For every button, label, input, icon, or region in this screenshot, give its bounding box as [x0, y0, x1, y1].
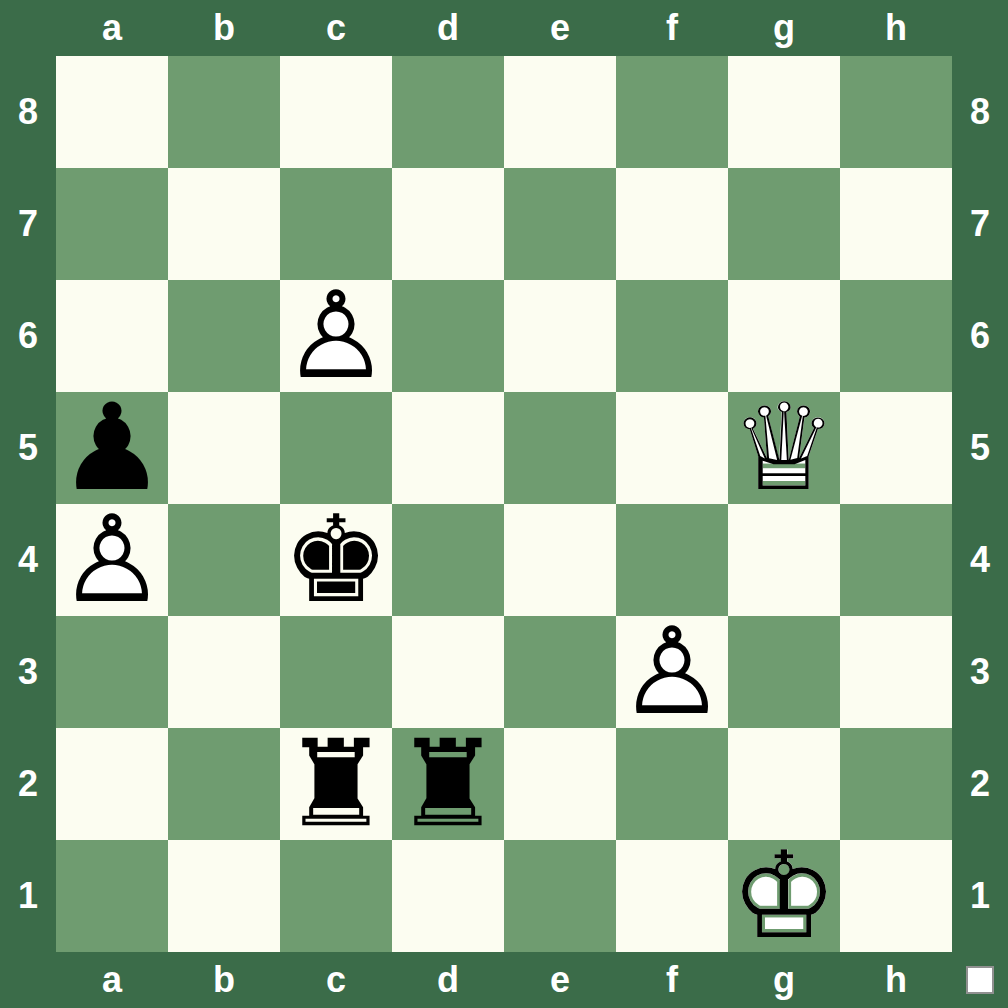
square-h6[interactable]	[840, 280, 952, 392]
rank-label-right-7: 7	[952, 168, 1008, 280]
square-a3[interactable]	[56, 616, 168, 728]
square-f8[interactable]	[616, 56, 728, 168]
square-b3[interactable]	[168, 616, 280, 728]
piece-glyph-solid: ♜	[392, 728, 504, 840]
square-a2[interactable]	[56, 728, 168, 840]
square-h2[interactable]	[840, 728, 952, 840]
rank-label-right-3: 3	[952, 616, 1008, 728]
rank-label-left-3: 3	[0, 616, 56, 728]
square-f5[interactable]	[616, 392, 728, 504]
square-e7[interactable]	[504, 168, 616, 280]
piece-white-pawn[interactable]: ♟♙	[280, 280, 392, 392]
square-a7[interactable]	[56, 168, 168, 280]
square-f1[interactable]	[616, 840, 728, 952]
square-d8[interactable]	[392, 56, 504, 168]
square-b2[interactable]	[168, 728, 280, 840]
square-e2[interactable]	[504, 728, 616, 840]
file-label-top-f: f	[616, 0, 728, 56]
rank-label-left-5: 5	[0, 392, 56, 504]
square-h1[interactable]	[840, 840, 952, 952]
piece-black-rook[interactable]: ♜	[392, 728, 504, 840]
square-c2[interactable]: ♜	[280, 728, 392, 840]
square-h3[interactable]	[840, 616, 952, 728]
rank-label-left-1: 1	[0, 840, 56, 952]
piece-glyph-solid: ♚	[280, 504, 392, 616]
square-g1[interactable]: ♚♔	[728, 840, 840, 952]
square-a5[interactable]: ♟	[56, 392, 168, 504]
square-e8[interactable]	[504, 56, 616, 168]
file-label-top-d: d	[392, 0, 504, 56]
square-c5[interactable]	[280, 392, 392, 504]
file-label-bottom-g: g	[728, 952, 840, 1008]
file-label-bottom-h: h	[840, 952, 952, 1008]
square-a6[interactable]	[56, 280, 168, 392]
piece-white-king[interactable]: ♚♔	[728, 840, 840, 952]
square-b8[interactable]	[168, 56, 280, 168]
rank-label-right-5: 5	[952, 392, 1008, 504]
board-grid: abcdefgh88776♟♙65♟♛♕54♟♙♚43♟♙32♜♜21♚♔1ab…	[0, 0, 1008, 1008]
square-e3[interactable]	[504, 616, 616, 728]
file-label-top-a: a	[56, 0, 168, 56]
square-h5[interactable]	[840, 392, 952, 504]
piece-glyph-outline: ♕	[728, 392, 840, 504]
piece-black-king[interactable]: ♚	[280, 504, 392, 616]
piece-glyph-fill: ♟	[280, 280, 392, 392]
square-d1[interactable]	[392, 840, 504, 952]
square-e1[interactable]	[504, 840, 616, 952]
piece-glyph-outline: ♙	[280, 280, 392, 392]
square-b1[interactable]	[168, 840, 280, 952]
square-e4[interactable]	[504, 504, 616, 616]
piece-glyph-solid: ♜	[280, 728, 392, 840]
file-label-top-e: e	[504, 0, 616, 56]
square-g8[interactable]	[728, 56, 840, 168]
file-label-bottom-d: d	[392, 952, 504, 1008]
square-g2[interactable]	[728, 728, 840, 840]
square-f7[interactable]	[616, 168, 728, 280]
square-a4[interactable]: ♟♙	[56, 504, 168, 616]
rank-label-left-8: 8	[0, 56, 56, 168]
square-f2[interactable]	[616, 728, 728, 840]
side-to-move-indicator	[966, 966, 994, 994]
file-label-bottom-f: f	[616, 952, 728, 1008]
piece-white-queen[interactable]: ♛♕	[728, 392, 840, 504]
piece-white-pawn[interactable]: ♟♙	[616, 616, 728, 728]
rank-label-right-6: 6	[952, 280, 1008, 392]
square-h7[interactable]	[840, 168, 952, 280]
piece-glyph-fill: ♟	[56, 504, 168, 616]
rank-label-right-8: 8	[952, 56, 1008, 168]
corner-bottom-right	[952, 952, 1008, 1008]
piece-glyph-outline: ♔	[728, 840, 840, 952]
square-h4[interactable]	[840, 504, 952, 616]
file-label-bottom-c: c	[280, 952, 392, 1008]
rank-label-right-1: 1	[952, 840, 1008, 952]
corner-bottom-left	[0, 952, 56, 1008]
rank-label-left-6: 6	[0, 280, 56, 392]
rank-label-right-4: 4	[952, 504, 1008, 616]
piece-glyph-outline: ♙	[56, 504, 168, 616]
square-g5[interactable]: ♛♕	[728, 392, 840, 504]
rank-label-right-2: 2	[952, 728, 1008, 840]
square-a8[interactable]	[56, 56, 168, 168]
square-f6[interactable]	[616, 280, 728, 392]
piece-glyph-fill: ♚	[728, 840, 840, 952]
corner-top-left	[0, 0, 56, 56]
corner-top-right	[952, 0, 1008, 56]
square-e5[interactable]	[504, 392, 616, 504]
square-c3[interactable]	[280, 616, 392, 728]
file-label-top-c: c	[280, 0, 392, 56]
piece-glyph-fill: ♟	[616, 616, 728, 728]
square-g3[interactable]	[728, 616, 840, 728]
square-h8[interactable]	[840, 56, 952, 168]
square-d2[interactable]: ♜	[392, 728, 504, 840]
piece-white-pawn[interactable]: ♟♙	[56, 504, 168, 616]
square-f3[interactable]: ♟♙	[616, 616, 728, 728]
square-d7[interactable]	[392, 168, 504, 280]
piece-black-rook[interactable]: ♜	[280, 728, 392, 840]
chess-board: abcdefgh88776♟♙65♟♛♕54♟♙♚43♟♙32♜♜21♚♔1ab…	[0, 0, 1008, 1008]
rank-label-left-2: 2	[0, 728, 56, 840]
file-label-bottom-a: a	[56, 952, 168, 1008]
square-b4[interactable]	[168, 504, 280, 616]
piece-black-pawn[interactable]: ♟	[56, 392, 168, 504]
piece-glyph-solid: ♟	[56, 392, 168, 504]
rank-label-left-7: 7	[0, 168, 56, 280]
square-g7[interactable]	[728, 168, 840, 280]
square-c4[interactable]: ♚	[280, 504, 392, 616]
piece-glyph-fill: ♛	[728, 392, 840, 504]
square-c1[interactable]	[280, 840, 392, 952]
square-d3[interactable]	[392, 616, 504, 728]
square-d6[interactable]	[392, 280, 504, 392]
square-c7[interactable]	[280, 168, 392, 280]
square-b7[interactable]	[168, 168, 280, 280]
rank-label-left-4: 4	[0, 504, 56, 616]
square-b5[interactable]	[168, 392, 280, 504]
square-d4[interactable]	[392, 504, 504, 616]
square-g6[interactable]	[728, 280, 840, 392]
file-label-top-b: b	[168, 0, 280, 56]
file-label-bottom-e: e	[504, 952, 616, 1008]
square-c8[interactable]	[280, 56, 392, 168]
file-label-top-g: g	[728, 0, 840, 56]
square-c6[interactable]: ♟♙	[280, 280, 392, 392]
square-d5[interactable]	[392, 392, 504, 504]
square-e6[interactable]	[504, 280, 616, 392]
piece-glyph-outline: ♙	[616, 616, 728, 728]
file-label-bottom-b: b	[168, 952, 280, 1008]
square-g4[interactable]	[728, 504, 840, 616]
square-a1[interactable]	[56, 840, 168, 952]
file-label-top-h: h	[840, 0, 952, 56]
square-b6[interactable]	[168, 280, 280, 392]
square-f4[interactable]	[616, 504, 728, 616]
